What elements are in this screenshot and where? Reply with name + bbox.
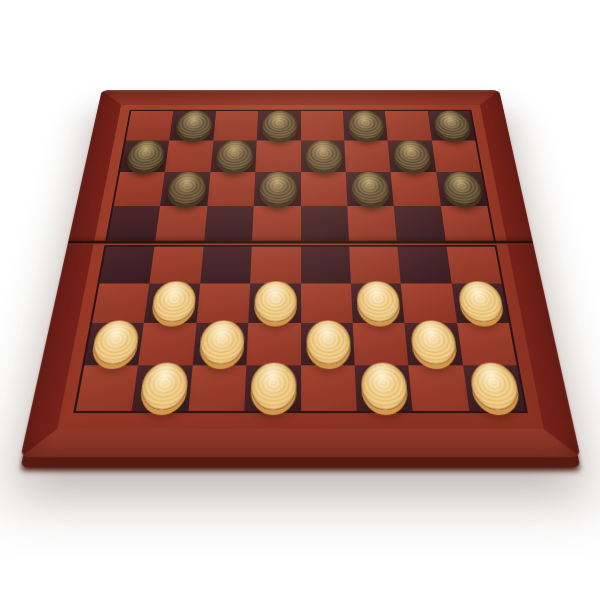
square-f1[interactable] [355,365,413,411]
square-b8[interactable] [169,111,215,141]
square-f6[interactable] [346,172,394,206]
square-h3[interactable] [451,283,509,322]
square-h7[interactable] [432,140,482,172]
square-g6[interactable] [391,172,441,206]
photo-background [0,0,600,600]
square-f2[interactable] [353,323,409,365]
light-piece-a2[interactable] [90,320,141,364]
light-piece-f3[interactable] [356,281,401,322]
square-a7[interactable] [120,140,170,172]
square-a3[interactable] [92,283,150,322]
light-piece-d1[interactable] [250,362,297,410]
dark-piece-d8[interactable] [262,110,298,139]
square-c1[interactable] [188,365,246,411]
dark-piece-d6[interactable] [259,171,298,204]
fold-hinge-line [68,241,534,245]
dark-piece-f8[interactable] [347,110,385,139]
square-g2[interactable] [405,323,463,365]
square-a6[interactable] [114,172,165,206]
light-piece-c2[interactable] [198,320,245,364]
light-piece-g2[interactable] [410,320,459,364]
square-a8[interactable] [126,111,174,141]
checkers-board [20,90,580,457]
square-e2[interactable] [301,323,355,365]
square-d4[interactable] [250,247,300,284]
square-c3[interactable] [196,283,250,322]
square-a4[interactable] [99,247,154,284]
square-e3[interactable] [301,283,353,322]
square-h8[interactable] [427,111,475,141]
square-d8[interactable] [257,111,301,141]
square-d7[interactable] [255,140,300,172]
square-b3[interactable] [144,283,200,322]
square-c4[interactable] [200,247,252,284]
square-e1[interactable] [301,365,357,411]
light-piece-f1[interactable] [360,362,409,410]
square-h2[interactable] [457,323,517,365]
dark-piece-f6[interactable] [350,171,390,204]
square-f7[interactable] [344,140,391,172]
square-c7[interactable] [210,140,257,172]
square-b6[interactable] [160,172,210,206]
square-c2[interactable] [192,323,248,365]
square-h4[interactable] [446,247,501,284]
square-e4[interactable] [301,247,351,284]
square-c6[interactable] [207,172,255,206]
square-b7[interactable] [165,140,213,172]
light-piece-h3[interactable] [456,281,505,322]
square-a1[interactable] [76,365,138,411]
square-d6[interactable] [254,172,301,206]
square-a2[interactable] [84,323,144,365]
dark-piece-e7[interactable] [305,140,342,171]
square-g1[interactable] [409,365,469,411]
square-b4[interactable] [150,247,204,284]
light-piece-h1[interactable] [468,362,521,410]
square-e6[interactable] [301,172,348,206]
square-h6[interactable] [436,172,487,206]
square-g7[interactable] [388,140,436,172]
dark-piece-h6[interactable] [441,171,484,204]
square-f3[interactable] [351,283,405,322]
square-g3[interactable] [401,283,457,322]
square-e8[interactable] [301,111,345,141]
square-c8[interactable] [213,111,258,141]
square-g8[interactable] [385,111,431,141]
dark-piece-c7[interactable] [215,140,254,171]
square-d3[interactable] [248,283,300,322]
light-piece-b1[interactable] [138,362,189,410]
dark-piece-b6[interactable] [166,171,208,204]
square-b2[interactable] [138,323,196,365]
board-top-half-grid [105,110,496,244]
board-bottom-half-grid [73,245,528,413]
square-e7[interactable] [301,140,346,172]
square-d1[interactable] [244,365,300,411]
light-piece-d3[interactable] [254,281,297,322]
light-piece-b3[interactable] [150,281,197,322]
dark-piece-h8[interactable] [432,110,472,139]
square-f8[interactable] [343,111,388,141]
dark-piece-g7[interactable] [392,140,432,171]
square-d2[interactable] [246,323,300,365]
dark-piece-b8[interactable] [174,110,213,139]
dark-piece-a7[interactable] [125,140,167,171]
square-h1[interactable] [463,365,525,411]
square-g4[interactable] [398,247,452,284]
square-b1[interactable] [132,365,192,411]
light-piece-e2[interactable] [306,320,351,364]
square-f4[interactable] [349,247,401,284]
playing-field [57,105,543,429]
